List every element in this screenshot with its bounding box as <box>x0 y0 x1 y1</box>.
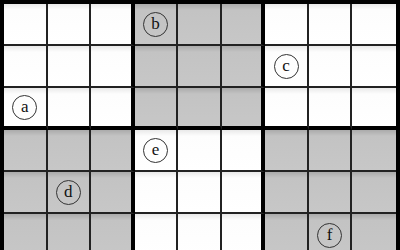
cell-r4c6[interactable] <box>222 130 266 172</box>
cell-r2c6[interactable] <box>222 46 266 88</box>
cell-r5c7[interactable] <box>265 172 309 214</box>
cell-r3c7[interactable] <box>265 88 309 130</box>
cell-r6c2[interactable] <box>48 214 92 250</box>
circled-letter-a: a <box>12 95 37 120</box>
sudoku-board: bcaedf <box>0 0 400 250</box>
cell-r5c8[interactable] <box>309 172 353 214</box>
cell-r6c4[interactable] <box>135 214 179 250</box>
circled-letter-c: c <box>274 54 299 79</box>
cell-r2c2[interactable] <box>48 46 92 88</box>
cell-r1c5[interactable] <box>178 4 222 46</box>
cell-r4c5[interactable] <box>178 130 222 172</box>
cell-r3c6[interactable] <box>222 88 266 130</box>
cell-r1c9[interactable] <box>352 4 396 46</box>
cell-r2c7[interactable]: c <box>265 46 309 88</box>
cell-r6c6[interactable] <box>222 214 266 250</box>
cell-r5c1[interactable] <box>4 172 48 214</box>
cell-r4c3[interactable] <box>91 130 135 172</box>
circled-letter-d: d <box>56 180 81 205</box>
cell-r2c8[interactable] <box>309 46 353 88</box>
circled-letter-f: f <box>317 223 342 248</box>
circled-letter-b: b <box>143 12 168 37</box>
cell-r4c1[interactable] <box>4 130 48 172</box>
cell-r1c6[interactable] <box>222 4 266 46</box>
cell-r3c8[interactable] <box>309 88 353 130</box>
cell-r3c5[interactable] <box>178 88 222 130</box>
cell-r5c4[interactable] <box>135 172 179 214</box>
cell-r1c3[interactable] <box>91 4 135 46</box>
cell-r3c2[interactable] <box>48 88 92 130</box>
cell-r1c4[interactable]: b <box>135 4 179 46</box>
cell-r3c9[interactable] <box>352 88 396 130</box>
cell-r5c5[interactable] <box>178 172 222 214</box>
cell-r4c4[interactable]: e <box>135 130 179 172</box>
cell-r6c5[interactable] <box>178 214 222 250</box>
cell-r2c1[interactable] <box>4 46 48 88</box>
cell-r6c9[interactable] <box>352 214 396 250</box>
cell-r1c2[interactable] <box>48 4 92 46</box>
cell-r4c9[interactable] <box>352 130 396 172</box>
cell-r2c9[interactable] <box>352 46 396 88</box>
cell-r4c8[interactable] <box>309 130 353 172</box>
cell-r6c8[interactable]: f <box>309 214 353 250</box>
cell-r6c7[interactable] <box>265 214 309 250</box>
cell-r3c3[interactable] <box>91 88 135 130</box>
screenshot-stage: bcaedf <box>0 0 400 250</box>
cell-r4c2[interactable] <box>48 130 92 172</box>
cell-r5c2[interactable]: d <box>48 172 92 214</box>
cell-r5c3[interactable] <box>91 172 135 214</box>
cell-r1c8[interactable] <box>309 4 353 46</box>
sudoku-grid: bcaedf <box>4 4 396 250</box>
cell-r5c9[interactable] <box>352 172 396 214</box>
cell-r2c5[interactable] <box>178 46 222 88</box>
cell-r1c1[interactable] <box>4 4 48 46</box>
cell-r2c3[interactable] <box>91 46 135 88</box>
cell-r6c3[interactable] <box>91 214 135 250</box>
cell-r3c4[interactable] <box>135 88 179 130</box>
cell-r1c7[interactable] <box>265 4 309 46</box>
cell-r3c1[interactable]: a <box>4 88 48 130</box>
cell-r2c4[interactable] <box>135 46 179 88</box>
cell-r5c6[interactable] <box>222 172 266 214</box>
circled-letter-e: e <box>143 138 168 163</box>
cell-r4c7[interactable] <box>265 130 309 172</box>
cell-r6c1[interactable] <box>4 214 48 250</box>
